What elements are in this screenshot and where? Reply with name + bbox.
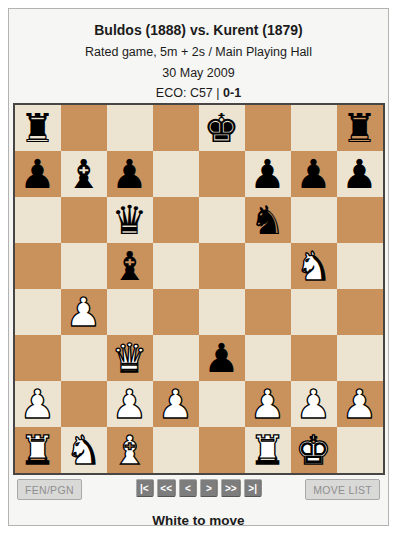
square-g3 xyxy=(291,335,337,381)
square-a3 xyxy=(15,335,61,381)
players-title: Buldos (1888) vs. Kurent (1879) xyxy=(9,22,388,38)
square-g7: ♟ xyxy=(291,151,337,197)
square-h8: ♜ xyxy=(337,105,383,151)
square-f5 xyxy=(245,243,291,289)
square-a8: ♜ xyxy=(15,105,61,151)
square-e1 xyxy=(199,427,245,473)
square-b2 xyxy=(61,381,107,427)
white-pawn: ♟ xyxy=(296,381,332,427)
square-a4 xyxy=(15,289,61,335)
square-g1: ♚ xyxy=(291,427,337,473)
square-b4: ♟ xyxy=(61,289,107,335)
square-d2: ♟ xyxy=(153,381,199,427)
square-d5 xyxy=(153,243,199,289)
square-b3 xyxy=(61,335,107,381)
square-g4 xyxy=(291,289,337,335)
eco-result-separator: | xyxy=(216,86,219,100)
black-pawn: ♟ xyxy=(112,151,148,197)
square-f3 xyxy=(245,335,291,381)
square-c8 xyxy=(107,105,153,151)
game-header: Buldos (1888) vs. Kurent (1879) Rated ga… xyxy=(9,9,388,100)
square-b1: ♞ xyxy=(61,427,107,473)
square-e2 xyxy=(199,381,245,427)
square-f2: ♟ xyxy=(245,381,291,427)
square-f8 xyxy=(245,105,291,151)
square-d7 xyxy=(153,151,199,197)
eco-result-line: ECO: C57 | 0-1 xyxy=(9,86,388,100)
square-e7 xyxy=(199,151,245,197)
square-g6 xyxy=(291,197,337,243)
square-g8 xyxy=(291,105,337,151)
square-f4 xyxy=(245,289,291,335)
move-list-button[interactable]: MOVE LIST xyxy=(305,479,380,500)
square-f6: ♞ xyxy=(245,197,291,243)
square-c7: ♟ xyxy=(107,151,153,197)
square-f1: ♜ xyxy=(245,427,291,473)
chess-board: ♜♚♜♟♝♟♟♟♟♛♞♝♞♟♛♟♟♟♟♟♟♟♜♞♝♜♚ xyxy=(13,103,385,475)
black-rook: ♜ xyxy=(342,105,378,151)
black-pawn: ♟ xyxy=(296,151,332,197)
black-bishop: ♝ xyxy=(66,151,102,197)
square-g2: ♟ xyxy=(291,381,337,427)
square-b8 xyxy=(61,105,107,151)
white-pawn: ♟ xyxy=(250,381,286,427)
square-b6 xyxy=(61,197,107,243)
square-h5 xyxy=(337,243,383,289)
black-pawn: ♟ xyxy=(204,335,240,381)
square-e3: ♟ xyxy=(199,335,245,381)
black-queen: ♛ xyxy=(112,197,148,243)
square-d3 xyxy=(153,335,199,381)
square-d1 xyxy=(153,427,199,473)
black-pawn: ♟ xyxy=(250,151,286,197)
square-e8: ♚ xyxy=(199,105,245,151)
white-pawn: ♟ xyxy=(342,381,378,427)
nav-back-button[interactable]: < xyxy=(179,479,197,497)
square-a7: ♟ xyxy=(15,151,61,197)
white-queen: ♛ xyxy=(112,335,148,381)
square-b5 xyxy=(61,243,107,289)
square-f7: ♟ xyxy=(245,151,291,197)
nav-forward-button[interactable]: > xyxy=(200,479,218,497)
square-c2: ♟ xyxy=(107,381,153,427)
eco-code: ECO: C57 xyxy=(156,86,213,100)
black-bishop: ♝ xyxy=(112,243,148,289)
square-h2: ♟ xyxy=(337,381,383,427)
square-h6 xyxy=(337,197,383,243)
white-pawn: ♟ xyxy=(66,289,102,335)
side-to-move-label: White to move xyxy=(9,513,388,528)
square-b7: ♝ xyxy=(61,151,107,197)
game-info: Rated game, 5m + 2s / Main Playing Hall xyxy=(9,45,388,59)
white-knight: ♞ xyxy=(296,243,332,289)
fen-pgn-button[interactable]: FEN/PGN xyxy=(17,479,82,500)
square-g5: ♞ xyxy=(291,243,337,289)
black-rook: ♜ xyxy=(20,105,56,151)
square-c4 xyxy=(107,289,153,335)
square-h7: ♟ xyxy=(337,151,383,197)
white-knight: ♞ xyxy=(66,427,102,473)
square-h1 xyxy=(337,427,383,473)
white-pawn: ♟ xyxy=(112,381,148,427)
square-e4 xyxy=(199,289,245,335)
square-h4 xyxy=(337,289,383,335)
black-pawn: ♟ xyxy=(20,151,56,197)
game-viewer-panel: Buldos (1888) vs. Kurent (1879) Rated ga… xyxy=(8,8,389,526)
white-rook: ♜ xyxy=(20,427,56,473)
square-a5 xyxy=(15,243,61,289)
square-h3 xyxy=(337,335,383,381)
square-a1: ♜ xyxy=(15,427,61,473)
square-e6 xyxy=(199,197,245,243)
square-a2: ♟ xyxy=(15,381,61,427)
white-bishop: ♝ xyxy=(112,427,148,473)
game-date: 30 May 2009 xyxy=(9,66,388,80)
nav-last-button[interactable]: >| xyxy=(244,479,262,497)
white-pawn: ♟ xyxy=(158,381,194,427)
square-d6 xyxy=(153,197,199,243)
viewer-controls: FEN/PGN |<<<<>>>>| MOVE LIST xyxy=(9,479,388,501)
nav-first-button[interactable]: |< xyxy=(135,479,153,497)
square-c5: ♝ xyxy=(107,243,153,289)
square-d8 xyxy=(153,105,199,151)
white-king: ♚ xyxy=(296,427,332,473)
nav-buttons: |<<<<>>>>| xyxy=(135,479,261,497)
square-c6: ♛ xyxy=(107,197,153,243)
black-king: ♚ xyxy=(204,105,240,151)
black-knight: ♞ xyxy=(250,197,286,243)
square-e5 xyxy=(199,243,245,289)
nav-fast-back-button[interactable]: << xyxy=(156,479,176,497)
game-result: 0-1 xyxy=(223,86,241,100)
square-d4 xyxy=(153,289,199,335)
square-c3: ♛ xyxy=(107,335,153,381)
black-pawn: ♟ xyxy=(342,151,378,197)
nav-fast-forward-button[interactable]: >> xyxy=(221,479,241,497)
square-c1: ♝ xyxy=(107,427,153,473)
white-pawn: ♟ xyxy=(20,381,56,427)
white-rook: ♜ xyxy=(250,427,286,473)
square-a6 xyxy=(15,197,61,243)
